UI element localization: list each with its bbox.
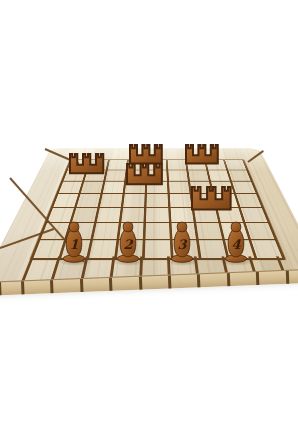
runner-pawn-1[interactable]: 1 — [61, 220, 87, 266]
runner-pawn-2[interactable]: 2 — [115, 220, 141, 266]
pawn-number: 3 — [177, 237, 187, 252]
runner-pawn-3[interactable]: 3 — [169, 220, 195, 266]
pawn-number: 4 — [232, 237, 242, 252]
runner-pawn-icon: 4 — [223, 220, 249, 266]
pieces-layer: 1234 — [0, 0, 298, 448]
pawn-number: 1 — [69, 237, 78, 252]
hurdle-piece[interactable] — [186, 145, 218, 163]
runner-pawn-icon: 3 — [169, 220, 195, 266]
product-photo: 1234 — [0, 0, 298, 448]
castle-wall-icon — [192, 187, 231, 209]
pawn-number: 2 — [123, 237, 133, 252]
hurdle-piece[interactable] — [192, 187, 231, 209]
castle-wall-icon — [130, 145, 162, 163]
castle-wall-icon — [70, 154, 103, 173]
hurdle-piece[interactable] — [70, 154, 103, 173]
runner-pawn-icon: 2 — [115, 220, 141, 266]
castle-wall-icon — [186, 145, 218, 163]
runner-pawn-icon: 1 — [61, 220, 87, 266]
hurdle-piece[interactable] — [130, 145, 162, 163]
hurdle-piece[interactable] — [127, 164, 162, 184]
runner-pawn-4[interactable]: 4 — [223, 220, 249, 266]
castle-wall-icon — [127, 164, 162, 184]
